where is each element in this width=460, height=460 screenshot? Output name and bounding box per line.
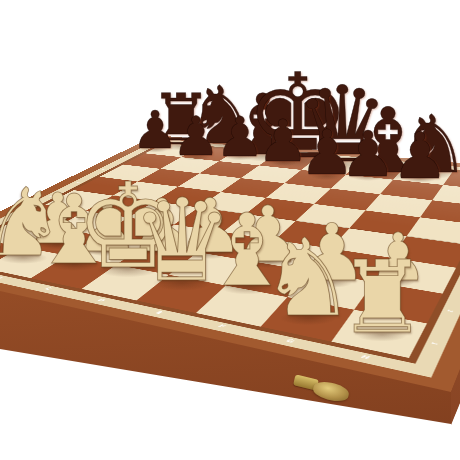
piece-black-pawn-f7[interactable]: ♟ xyxy=(340,123,396,186)
chess-set-photo: AABBCCDDEEFFGGHH1122334455667788 ♞♜♟♝♟♟♚… xyxy=(0,0,460,460)
piece-white-rook-h1[interactable]: ♜ xyxy=(337,248,427,348)
piece-black-pawn-g7[interactable]: ♟ xyxy=(391,124,448,188)
pieces-layer: ♞♜♟♝♟♟♚♟♛♝♞♟♟♟♟♟♟♟♞♟♝♚♟♛♟♝♞♜ xyxy=(0,0,460,460)
